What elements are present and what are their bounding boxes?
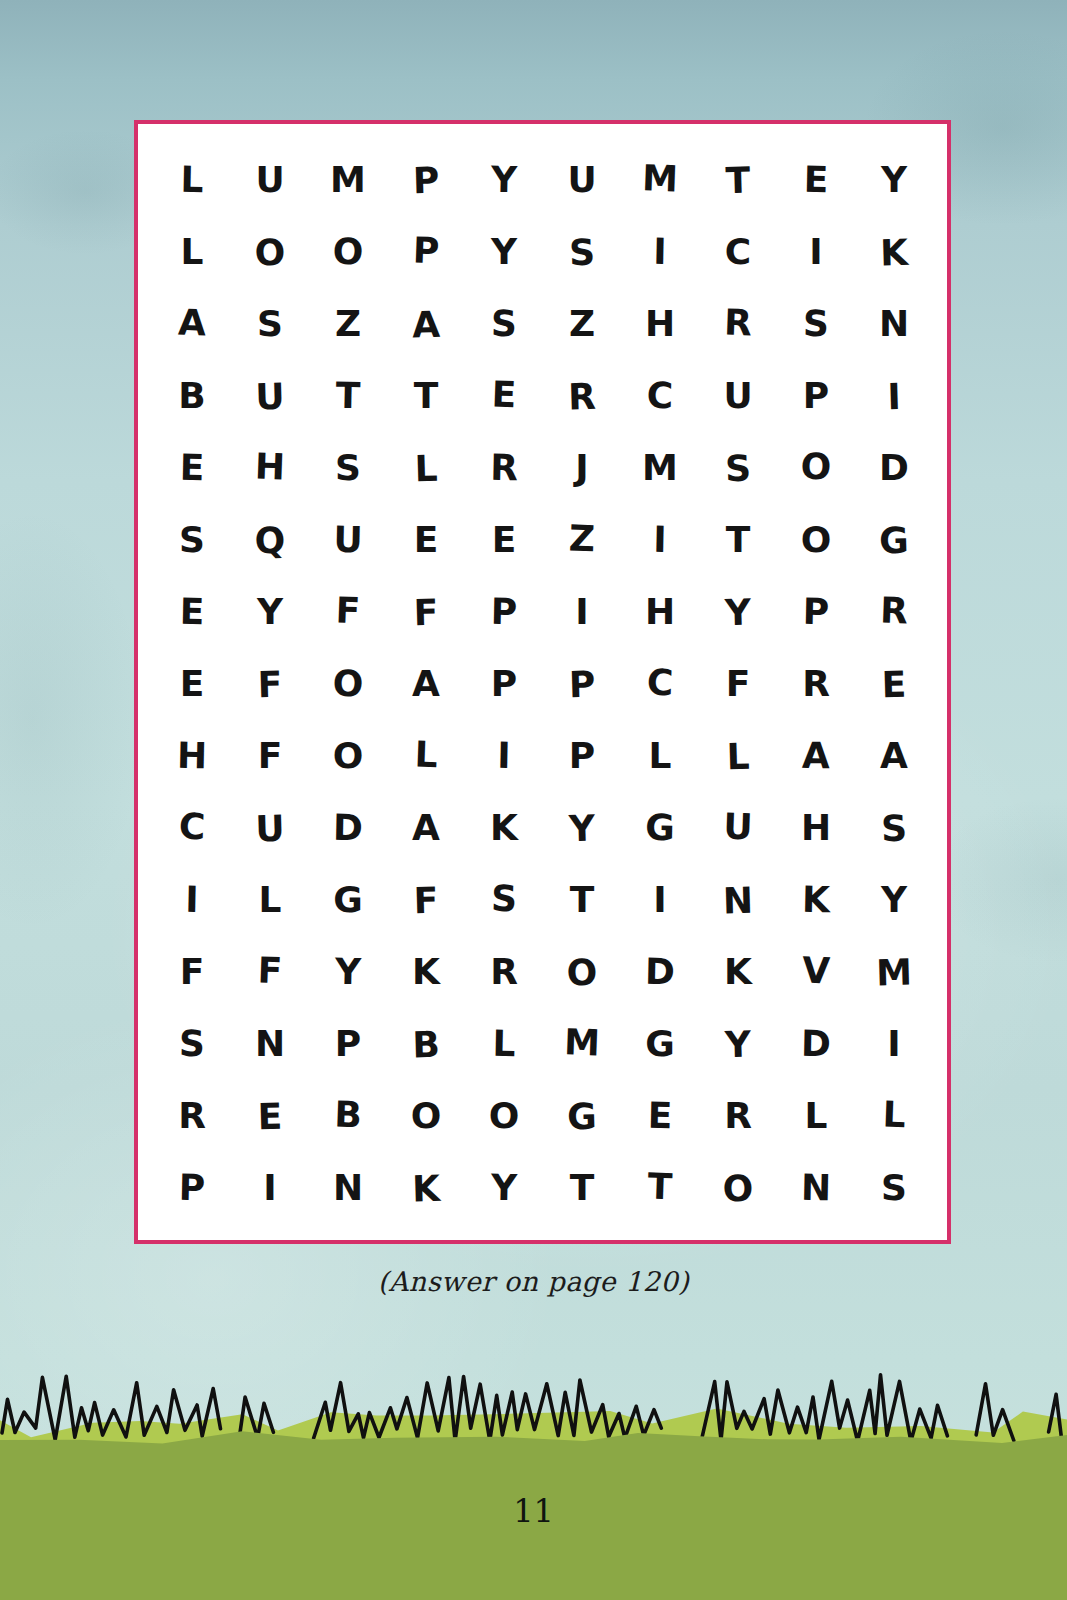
grid-cell: D	[855, 432, 933, 504]
grid-cell: H	[777, 792, 855, 864]
grid-cell: Y	[464, 1151, 543, 1225]
grid-cell: L	[153, 216, 231, 288]
grid-cell: U	[230, 360, 310, 434]
grid-cell: E	[620, 1079, 699, 1153]
grid-cell: O	[308, 215, 387, 289]
grid-cell: O	[776, 430, 856, 505]
grid-cell: O	[465, 1080, 543, 1152]
grid-cell: C	[620, 359, 699, 433]
grid-cell: S	[464, 862, 544, 937]
grid-cell: Z	[542, 502, 622, 577]
grid-cell: K	[387, 936, 465, 1008]
grid-cell: U	[698, 790, 778, 865]
grid-cell: G	[309, 864, 387, 936]
grid-cell: F	[231, 720, 309, 792]
grid-cell: S	[698, 432, 778, 506]
grid-cell: D	[776, 1007, 855, 1081]
grid-cell: A	[776, 719, 855, 793]
grid-cell: U	[308, 503, 387, 577]
grid-cell: Z	[543, 288, 621, 360]
grid-cell: T	[543, 864, 621, 936]
grid-cell: T	[387, 360, 465, 432]
grid-cell: M	[309, 144, 387, 216]
grid-cell: H	[621, 576, 699, 648]
grid-cell: Q	[230, 504, 310, 578]
grid-cell: H	[230, 430, 310, 505]
grid-cell: L	[152, 143, 231, 217]
grid-cell: I	[231, 1152, 309, 1224]
grid-cell: P	[543, 720, 621, 792]
grid-cell: S	[153, 504, 231, 576]
grid-cell: I	[464, 719, 543, 793]
grid-cell: Y	[698, 1008, 778, 1082]
grid-cell: M	[620, 142, 700, 217]
grid-cell: Y	[464, 143, 543, 217]
grid-cell: S	[855, 1152, 933, 1224]
grid-cell: S	[464, 287, 543, 361]
grid-cell: C	[699, 216, 777, 288]
grid-cell: H	[152, 719, 231, 793]
grid-cell: K	[776, 863, 855, 937]
grid-cell: S	[776, 287, 855, 361]
grid-cell: I	[855, 1008, 933, 1080]
grid-cell: E	[387, 504, 465, 576]
grid-cell: F	[153, 936, 231, 1008]
grid-cell: Y	[465, 216, 543, 288]
grid-cell: A	[386, 288, 466, 362]
grid-cell: T	[308, 359, 387, 433]
grid-cell: A	[855, 720, 933, 792]
grid-cell: N	[309, 1152, 387, 1224]
grid-cell: Y	[542, 792, 622, 866]
grid-cell: P	[464, 575, 543, 649]
grid-cell: D	[308, 791, 387, 865]
grid-cell: S	[309, 432, 387, 504]
grid-cell: T	[620, 1150, 700, 1225]
grid-cell: L	[386, 718, 466, 793]
grid-cell: U	[230, 792, 310, 866]
grid-cell: K	[854, 216, 934, 290]
grid-cell: M	[621, 432, 699, 504]
book-page: { "game": "word-search", "position": "LU…	[0, 0, 1067, 1600]
grid-cell: E	[854, 648, 934, 722]
grid-cell: K	[386, 1152, 466, 1226]
grid-cell: U	[543, 144, 621, 216]
grid-cell: G	[854, 504, 934, 578]
word-search-box: LUMPYUMTEYLOOPYSICIKASZASZHRSNBUTTERCUPI…	[134, 120, 951, 1244]
grid-cell: T	[699, 504, 777, 576]
grid-cell: L	[777, 1080, 855, 1152]
grid-cell: R	[854, 574, 934, 649]
grid-cell: A	[387, 648, 465, 720]
grid-cell: I	[620, 503, 699, 577]
grid-cell: P	[776, 575, 855, 649]
grid-cell: R	[153, 1080, 231, 1152]
grid-cell: U	[699, 360, 777, 432]
grid-cell: Y	[855, 144, 933, 216]
grid-cell: R	[465, 936, 543, 1008]
grid-cell: F	[308, 574, 388, 649]
grid-cell: S	[231, 288, 309, 360]
grid-cell: I	[620, 215, 699, 289]
grid-cell: H	[621, 288, 699, 360]
grid-cell: F	[230, 934, 310, 1009]
page-number: 11	[0, 1492, 1067, 1530]
grid-cell: L	[698, 720, 778, 794]
grid-cell: I	[854, 360, 934, 434]
grid-cell: P	[152, 1151, 231, 1225]
grid-cell: T	[543, 1152, 621, 1224]
grid-cell: G	[621, 1008, 699, 1080]
grid-cell: P	[465, 648, 543, 720]
grass-illustration	[0, 1360, 1067, 1600]
grid-cell: S	[854, 792, 934, 866]
grid-cell: Y	[855, 864, 933, 936]
grid-cell: G	[620, 791, 699, 865]
grid-cell: O	[308, 647, 387, 721]
grid-cell: P	[386, 214, 466, 289]
grid-cell: C	[152, 790, 232, 865]
grid-cell: Y	[231, 576, 309, 648]
grid-cell: E	[153, 648, 231, 720]
grid-cell: R	[698, 286, 778, 361]
grid-cell: K	[699, 936, 777, 1008]
word-search-grid: LUMPYUMTEYLOOPYSICIKASZASZHRSNBUTTERCUPI…	[153, 144, 933, 1224]
grid-cell: O	[542, 936, 622, 1010]
grid-cell: F	[699, 648, 777, 720]
grid-cell: P	[777, 360, 855, 432]
grid-cell: L	[386, 432, 466, 506]
grid-cell: L	[231, 864, 309, 936]
grid-cell: R	[542, 360, 622, 434]
grid-cell: O	[309, 720, 387, 792]
grid-cell: P	[542, 648, 622, 722]
grid-cell: O	[387, 1080, 465, 1152]
grid-cell: K	[465, 792, 543, 864]
grid-cell: J	[543, 432, 621, 504]
grid-cell: N	[855, 288, 933, 360]
answer-note: (Answer on page 120)	[0, 1266, 1067, 1297]
grid-cell: R	[699, 1080, 777, 1152]
grid-cell: S	[152, 1007, 231, 1081]
grid-cell: D	[620, 935, 699, 1009]
grid-cell: F	[386, 864, 466, 938]
grid-cell: P	[309, 1008, 387, 1080]
grid-cell: R	[464, 431, 543, 505]
grid-cell: M	[854, 936, 934, 1010]
grid-cell: F	[386, 576, 466, 650]
grid-cell: I	[621, 864, 699, 936]
grid-cell: S	[542, 216, 622, 290]
grid-cell: N	[776, 1151, 855, 1225]
grid-cell: U	[231, 144, 309, 216]
grid-cell: O	[698, 1152, 778, 1226]
grid-cell: N	[698, 864, 778, 938]
grid-cell: R	[777, 648, 855, 720]
grid-cell: B	[153, 360, 231, 432]
grid-cell: L	[621, 720, 699, 792]
grid-cell: T	[698, 144, 778, 218]
grid-cell: M	[542, 1006, 622, 1081]
grid-cell: E	[152, 575, 231, 649]
grid-cell: G	[542, 1080, 622, 1154]
grid-cell: E	[465, 504, 543, 576]
grid-cell: A	[152, 286, 232, 361]
grid-cell: E	[152, 431, 231, 505]
grid-cell: N	[231, 1008, 309, 1080]
grid-cell: L	[464, 1007, 543, 1081]
grid-cell: A	[387, 792, 465, 864]
grid-cell: O	[777, 504, 855, 576]
grid-cell: O	[230, 216, 310, 290]
grid-cell: I	[777, 216, 855, 288]
grid-cell: I	[152, 863, 231, 937]
grid-cell: L	[854, 1078, 934, 1153]
grid-cell: Y	[308, 935, 387, 1009]
grid-cell: E	[230, 1080, 310, 1154]
grid-cell: V	[776, 934, 856, 1009]
grid-cell: Z	[309, 288, 387, 360]
grid-cell: Y	[698, 576, 778, 650]
grid-cell: P	[386, 144, 466, 218]
grid-cell: F	[230, 648, 310, 722]
grid-cell: B	[308, 1078, 388, 1153]
grid-cell: C	[620, 646, 700, 721]
grid-cell: E	[776, 143, 855, 217]
grid-cell: I	[543, 576, 621, 648]
grid-cell: E	[464, 358, 544, 433]
grid-cell: B	[386, 1008, 466, 1082]
